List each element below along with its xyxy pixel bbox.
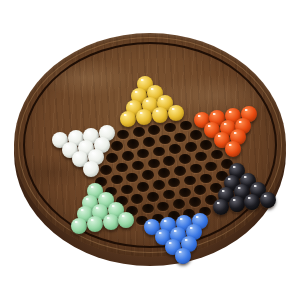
hole[interactable] <box>185 142 197 152</box>
marble-yellow[interactable] <box>168 105 184 121</box>
hole[interactable] <box>132 161 144 171</box>
hole[interactable] <box>133 127 145 137</box>
hole[interactable] <box>137 182 149 192</box>
marble-green[interactable] <box>103 214 119 230</box>
hole[interactable] <box>143 137 155 147</box>
hole[interactable] <box>200 140 212 150</box>
hole[interactable] <box>148 125 160 135</box>
hole[interactable] <box>169 144 181 154</box>
hole[interactable] <box>153 180 165 190</box>
hole[interactable] <box>173 199 185 209</box>
hole[interactable] <box>189 197 201 207</box>
hole[interactable] <box>179 188 191 198</box>
hole[interactable] <box>180 121 192 131</box>
hole[interactable] <box>158 168 170 178</box>
marble-black[interactable] <box>260 192 276 208</box>
hole[interactable] <box>179 154 191 164</box>
hole[interactable] <box>131 194 143 204</box>
marble-black[interactable] <box>229 196 245 212</box>
hole[interactable] <box>122 151 134 161</box>
marble-black[interactable] <box>244 194 260 210</box>
marble-white[interactable] <box>83 161 99 177</box>
hole[interactable] <box>211 150 223 160</box>
hole[interactable] <box>147 192 159 202</box>
marble-yellow[interactable] <box>152 107 168 123</box>
marble-black[interactable] <box>213 199 229 215</box>
hole[interactable] <box>142 204 154 214</box>
hole[interactable] <box>117 130 129 140</box>
marble-green[interactable] <box>118 212 134 228</box>
marble-green[interactable] <box>87 216 103 232</box>
hole[interactable] <box>106 153 118 163</box>
hole[interactable] <box>190 164 202 174</box>
hole[interactable] <box>100 165 112 175</box>
chinese-checkers-board-photo <box>0 0 300 300</box>
board-surface <box>14 33 286 257</box>
hole[interactable] <box>127 139 139 149</box>
hole[interactable] <box>148 159 160 169</box>
hole[interactable] <box>159 135 171 145</box>
marble-orange[interactable] <box>225 141 241 157</box>
hole[interactable] <box>174 166 186 176</box>
hole[interactable] <box>121 185 133 195</box>
hole[interactable] <box>200 174 212 184</box>
hole[interactable] <box>111 175 123 185</box>
hole[interactable] <box>190 130 202 140</box>
hole[interactable] <box>163 190 175 200</box>
marble-blue[interactable] <box>175 248 191 264</box>
